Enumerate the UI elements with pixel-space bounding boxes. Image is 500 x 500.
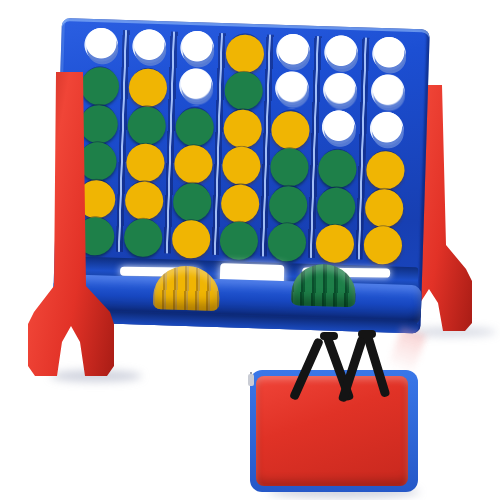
- floor-reflection: [388, 327, 427, 375]
- column-slot-grooves: [115, 30, 369, 260]
- product-photo: ●●●●●●●●●●●●●●●●●●●●●●●●●●●●●●: [0, 0, 500, 500]
- carry-bag: [246, 330, 422, 496]
- board-cell-r1c7: [364, 36, 413, 75]
- bag-handle-grip: [320, 332, 338, 340]
- game-board: ●●●●●●●●●●●●●●●●●●●●●●●●●●●●●●: [52, 18, 429, 333]
- board-cell-r6c7: ●: [359, 223, 408, 262]
- zipper-pull: [248, 374, 254, 386]
- yellow-disc: ●: [361, 216, 406, 267]
- board-cell-r2c7: [363, 73, 412, 112]
- bag-handle-grip: [358, 330, 376, 338]
